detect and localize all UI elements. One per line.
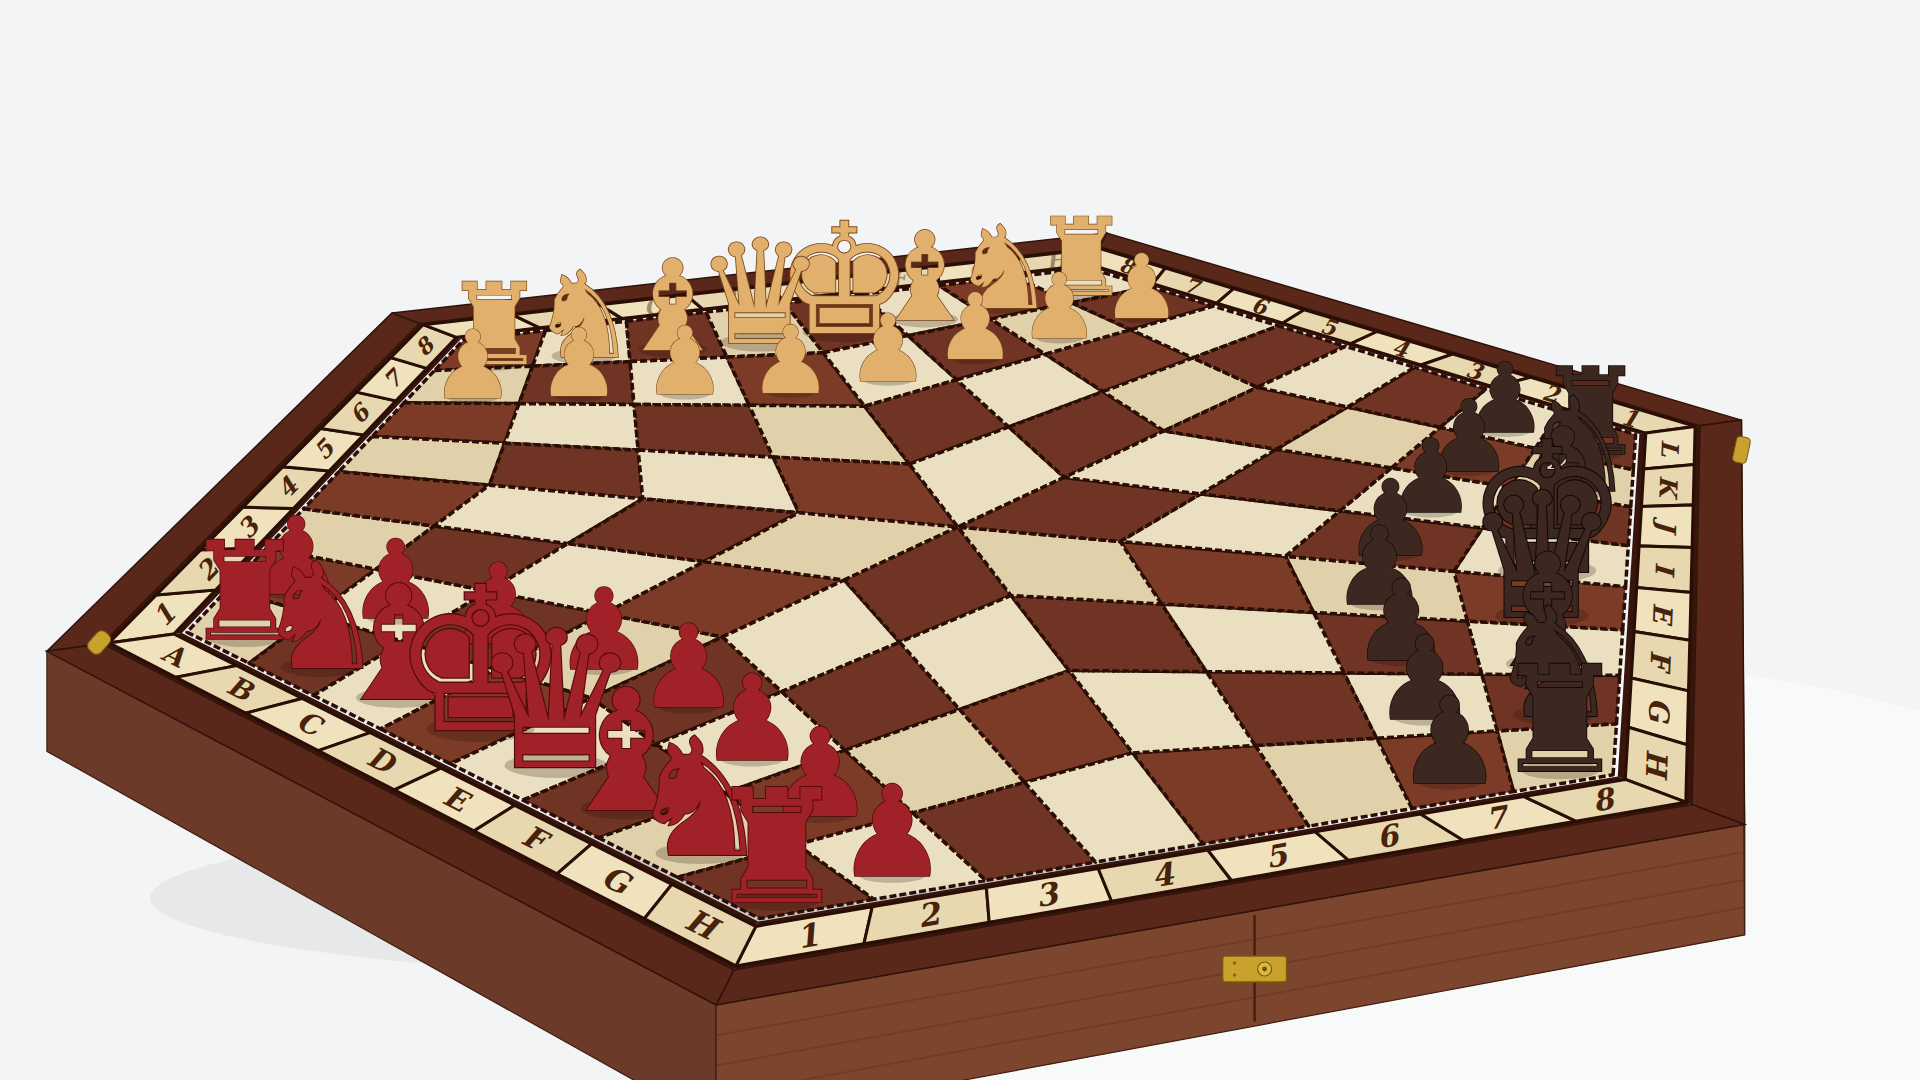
scene-root: 12345678ABCDEFGH87654321LKJIEFGH12345678… (0, 0, 1920, 1080)
piece-white-pawn[interactable]: ♟ (749, 306, 833, 415)
board-rim (1692, 420, 1745, 824)
piece-white-pawn[interactable]: ♟ (537, 309, 621, 418)
piece-white-pawn[interactable]: ♟ (1019, 254, 1100, 359)
latch-keyhole (1262, 967, 1267, 972)
piece-white-pawn[interactable]: ♟ (934, 274, 1016, 381)
brass-latch-plate[interactable] (1223, 956, 1287, 982)
piece-white-pawn[interactable]: ♟ (643, 307, 727, 416)
piece-white-pawn[interactable]: ♟ (846, 294, 930, 403)
border-label-lower-right-L: L (1655, 439, 1684, 458)
piece-black-rook[interactable]: ♜ (1494, 634, 1626, 806)
latch-screw (1233, 961, 1237, 965)
piece-red-rook[interactable]: ♜ (706, 755, 848, 939)
piece-black-pawn[interactable]: ♟ (1396, 671, 1504, 811)
three-player-chessboard: 12345678ABCDEFGH87654321LKJIEFGH12345678… (0, 0, 1920, 1080)
latch-screw (1233, 973, 1237, 977)
piece-white-pawn[interactable]: ♟ (1102, 235, 1182, 339)
piece-white-pawn[interactable]: ♟ (430, 310, 515, 420)
piece-red-pawn[interactable]: ♟ (836, 758, 950, 906)
border-label-lower-right-G: G (1642, 697, 1676, 724)
